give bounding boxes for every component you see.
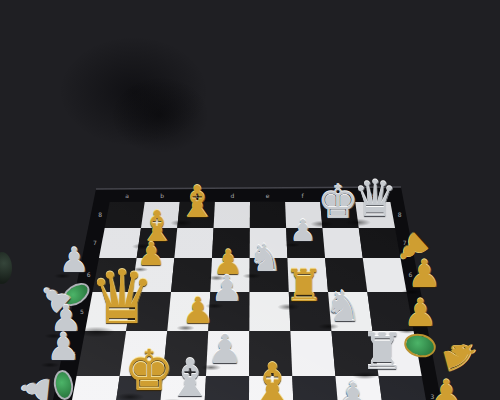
chess-photo-scene: abcdefgh887766554433 ♝♚♛♝♟♟♟♞♜♛♟♟♞♟♜♚♝♝♟… xyxy=(0,0,500,400)
piece-gold-bishop-e3[interactable]: ♝ xyxy=(241,356,303,400)
captured-gold-pawn[interactable]: ♟ xyxy=(399,294,441,332)
piece-silver-rook-h4[interactable]: ♜ xyxy=(355,327,410,377)
piece-silver-pawn-d5[interactable]: ♟ xyxy=(207,271,247,307)
captured-silver-pawn[interactable]: ♟ xyxy=(332,378,374,400)
captured-silver-pawn[interactable]: ♟ xyxy=(17,368,57,400)
piece-silver-pawn-f7[interactable]: ♟ xyxy=(287,216,320,246)
captured-gold-pawn[interactable]: ♟ xyxy=(425,375,467,400)
captured-silver-pawn[interactable]: ♟ xyxy=(55,243,92,277)
piece-silver-queen-h8[interactable]: ♛ xyxy=(348,174,403,224)
piece-silver-knight-g5[interactable]: ♞ xyxy=(320,286,366,328)
captured-silver-pawn[interactable]: ♟ xyxy=(42,328,84,366)
piece-gold-queen-a5[interactable]: ♛ xyxy=(81,260,162,334)
edge-cropped-piece[interactable] xyxy=(0,252,12,284)
captured-gold-pawn[interactable]: ♟ xyxy=(403,255,445,293)
piece-layer: ♝♚♛♝♟♟♟♞♜♛♟♟♞♟♜♚♝♝♟♟♟♟♟♟♟♟♟♞♟♟ xyxy=(0,0,500,400)
piece-silver-bishop-c3[interactable]: ♝ xyxy=(161,352,218,400)
